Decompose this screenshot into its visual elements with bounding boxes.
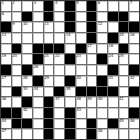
white-cell-r12c12[interactable]: 45 (119, 119, 129, 129)
black-cell-r7c11 (108, 65, 118, 75)
white-cell-r8c3[interactable]: 28 (22, 76, 32, 86)
white-cell-r5c3[interactable] (22, 44, 32, 54)
white-cell-r3c5[interactable]: 11 (44, 22, 54, 32)
white-cell-r10c9[interactable]: 39 (87, 97, 97, 107)
black-cell-r11c1 (1, 108, 11, 118)
clue-number: 39 (87, 97, 92, 101)
white-cell-r6c9[interactable] (87, 54, 97, 64)
white-cell-r3c2[interactable]: 9 (12, 22, 22, 32)
black-cell-r5c5 (44, 44, 54, 54)
clue-number: 26 (34, 65, 39, 69)
clue-number: 46 (130, 119, 135, 123)
clue-number: 5 (76, 1, 78, 5)
black-cell-r3c12 (119, 22, 129, 32)
white-cell-r9c1[interactable] (1, 87, 11, 97)
white-cell-r3c6[interactable] (54, 22, 64, 32)
clue-number: 33 (23, 87, 28, 91)
white-cell-r9c5[interactable] (44, 87, 54, 97)
white-cell-r13c3[interactable] (22, 129, 32, 139)
clue-number: 27 (2, 76, 7, 80)
black-cell-r7c13 (129, 65, 139, 75)
white-cell-r6c8[interactable]: 23 (76, 54, 86, 64)
clue-number: 48 (98, 129, 103, 133)
black-cell-r6c4 (33, 54, 43, 64)
clue-number: 9 (12, 22, 14, 26)
black-cell-r7c3 (22, 65, 32, 75)
black-cell-r1c5 (44, 1, 54, 11)
clue-number: 19 (2, 54, 7, 58)
clue-number: 23 (76, 54, 81, 58)
clue-number: 31 (108, 76, 113, 80)
clue-number: 37 (55, 97, 60, 101)
white-cell-r5c1[interactable] (1, 44, 11, 54)
clue-number: 8 (2, 12, 4, 16)
clue-number: 1 (2, 1, 4, 5)
white-cell-r13c10[interactable]: 48 (97, 129, 107, 139)
white-cell-r9c4[interactable]: 34 (33, 87, 43, 97)
white-cell-r7c2[interactable] (12, 65, 22, 75)
white-cell-r11c6[interactable] (54, 108, 64, 118)
clue-number: 22 (55, 54, 60, 58)
white-cell-r6c13[interactable] (129, 54, 139, 64)
white-cell-r3c3[interactable]: 10 (22, 22, 32, 32)
white-cell-r2c8[interactable] (76, 12, 86, 22)
clue-number: 17 (87, 44, 92, 48)
white-cell-r10c2[interactable] (12, 97, 22, 107)
clue-number: 18 (108, 44, 113, 48)
clue-number: 10 (23, 22, 28, 26)
black-cell-r9c8 (76, 87, 86, 97)
clue-number: 15 (119, 33, 124, 37)
white-cell-r7c7[interactable] (65, 65, 75, 75)
white-cell-r7c5[interactable] (44, 65, 54, 75)
white-cell-r1c4[interactable]: 3 (33, 1, 43, 11)
white-cell-r8c6[interactable] (54, 76, 64, 86)
black-cell-r2c9 (87, 12, 97, 22)
white-cell-r11c3[interactable]: 42 (22, 108, 32, 118)
white-cell-r13c12[interactable] (119, 129, 129, 139)
clue-number: 16 (130, 33, 135, 37)
white-cell-r1c3[interactable] (22, 1, 32, 11)
white-cell-r8c12[interactable] (119, 76, 129, 86)
clue-number: 40 (98, 97, 103, 101)
crossword-page: 1234567891011121314151617181920212223242… (0, 0, 140, 140)
white-cell-r4c13[interactable]: 16 (129, 33, 139, 43)
white-cell-r1c13[interactable]: 7 (129, 1, 139, 11)
white-cell-r13c2[interactable] (12, 129, 22, 139)
white-cell-r1c6[interactable]: 4 (54, 1, 64, 11)
clue-number: 13 (2, 33, 7, 37)
clue-number: 29 (44, 76, 49, 80)
white-cell-r8c1[interactable]: 27 (1, 76, 11, 86)
white-cell-r10c4[interactable] (33, 97, 43, 107)
clue-number: 2 (12, 1, 14, 5)
white-cell-r7c10[interactable] (97, 65, 107, 75)
white-cell-r8c9[interactable] (87, 76, 97, 86)
white-cell-r4c6[interactable] (54, 33, 64, 43)
clue-number: 34 (34, 87, 39, 91)
black-cell-r9c9 (87, 87, 97, 97)
white-cell-r3c4[interactable] (33, 22, 43, 32)
white-cell-r4c7[interactable]: 14 (65, 33, 75, 43)
black-cell-r12c11 (108, 119, 118, 129)
white-cell-r12c6[interactable] (54, 119, 64, 129)
white-cell-r1c10[interactable]: 6 (97, 1, 107, 11)
white-cell-r8c8[interactable]: 30 (76, 76, 86, 86)
white-cell-r4c8[interactable] (76, 33, 86, 43)
clue-number: 42 (23, 108, 28, 112)
clue-number: 14 (66, 33, 71, 37)
black-cell-r2c12 (119, 12, 129, 22)
clue-number: 41 (119, 97, 124, 101)
white-cell-r6c1[interactable]: 19 (1, 54, 11, 64)
white-cell-r9c3[interactable]: 33 (22, 87, 32, 97)
white-cell-r5c9[interactable]: 17 (87, 44, 97, 54)
white-cell-r13c6[interactable] (54, 129, 64, 139)
white-cell-r6c5[interactable]: 21 (44, 54, 54, 64)
white-cell-r9c7[interactable]: 35 (65, 87, 75, 97)
white-cell-r4c2[interactable] (12, 33, 22, 43)
black-cell-r3c13 (129, 22, 139, 32)
white-cell-r11c9[interactable] (87, 108, 97, 118)
black-cell-r6c10 (97, 54, 107, 64)
crossword-grid: 1234567891011121314151617181920212223242… (0, 0, 140, 140)
white-cell-r2c10[interactable] (97, 12, 107, 22)
black-cell-r10c3 (22, 97, 32, 107)
black-cell-r13c5 (44, 129, 54, 139)
white-cell-r10c7[interactable] (65, 97, 75, 107)
white-cell-r2c4[interactable] (33, 12, 43, 22)
black-cell-r11c2 (12, 108, 22, 118)
white-cell-r11c11[interactable] (108, 108, 118, 118)
white-cell-r12c10[interactable] (97, 119, 107, 129)
clue-number: 43 (76, 108, 81, 112)
black-cell-r1c7 (65, 1, 75, 11)
white-cell-r1c2[interactable]: 2 (12, 1, 22, 11)
clue-number: 20 (12, 54, 17, 58)
black-cell-r5c2 (12, 44, 22, 54)
white-cell-r8c13[interactable]: 32 (129, 76, 139, 86)
white-cell-r11c8[interactable]: 43 (76, 108, 86, 118)
white-cell-r6c12[interactable]: 25 (119, 54, 129, 64)
white-cell-r8c2[interactable] (12, 76, 22, 86)
white-cell-r12c13[interactable]: 46 (129, 119, 139, 129)
white-cell-r3c8[interactable] (76, 22, 86, 32)
white-cell-r3c11[interactable] (108, 22, 118, 32)
white-cell-r2c13[interactable] (129, 12, 139, 22)
clue-number: 7 (130, 1, 132, 5)
clue-number: 32 (130, 76, 135, 80)
white-cell-r8c5[interactable]: 29 (44, 76, 54, 86)
white-cell-r10c13[interactable] (129, 97, 139, 107)
black-cell-r12c3 (22, 119, 32, 129)
black-cell-r3c1 (1, 22, 11, 32)
black-cell-r12c9 (87, 119, 97, 129)
clue-number: 35 (66, 87, 71, 91)
black-cell-r9c11 (108, 87, 118, 97)
white-cell-r3c10[interactable]: 12 (97, 22, 107, 32)
white-cell-r5c7[interactable] (65, 44, 75, 54)
black-cell-r13c7 (65, 129, 75, 139)
white-cell-r7c6[interactable] (54, 65, 64, 75)
white-cell-r13c13[interactable] (129, 129, 139, 139)
white-cell-r13c4[interactable] (33, 129, 43, 139)
white-cell-r7c4[interactable]: 26 (33, 65, 43, 75)
clue-number: 30 (76, 76, 81, 80)
white-cell-r4c10[interactable] (97, 33, 107, 43)
black-cell-r5c8 (76, 44, 86, 54)
black-cell-r9c2 (12, 87, 22, 97)
white-cell-r7c8[interactable] (76, 65, 86, 75)
white-cell-r11c12[interactable] (119, 108, 129, 118)
white-cell-r10c6[interactable]: 37 (54, 97, 64, 107)
black-cell-r8c7 (65, 76, 75, 86)
white-cell-r6c11[interactable]: 24 (108, 54, 118, 64)
white-cell-r4c3[interactable] (22, 33, 32, 43)
black-cell-r4c9 (87, 33, 97, 43)
white-cell-r12c1[interactable]: 44 (1, 119, 11, 129)
white-cell-r6c2[interactable]: 20 (12, 54, 22, 64)
white-cell-r2c1[interactable]: 8 (1, 12, 11, 22)
black-cell-r8c10 (97, 76, 107, 86)
black-cell-r2c11 (108, 12, 118, 22)
white-cell-r2c2[interactable] (12, 12, 22, 22)
white-cell-r1c12[interactable] (119, 1, 129, 11)
white-cell-r5c11[interactable]: 18 (108, 44, 118, 54)
black-cell-r2c5 (44, 12, 54, 22)
black-cell-r3c9 (87, 22, 97, 32)
white-cell-r11c4[interactable] (33, 108, 43, 118)
black-cell-r4c11 (108, 33, 118, 43)
clue-number: 28 (23, 76, 28, 80)
black-cell-r6c7 (65, 54, 75, 64)
clue-number: 25 (119, 54, 124, 58)
white-cell-r13c1[interactable]: 47 (1, 129, 11, 139)
white-cell-r8c11[interactable]: 31 (108, 76, 118, 86)
white-cell-r13c11[interactable] (108, 129, 118, 139)
white-cell-r5c13[interactable] (129, 44, 139, 54)
clue-number: 6 (98, 1, 100, 5)
white-cell-r4c4[interactable] (33, 33, 43, 43)
clue-number: 3 (34, 1, 36, 5)
white-cell-r10c10[interactable]: 40 (97, 97, 107, 107)
black-cell-r9c10 (97, 87, 107, 97)
clue-number: 44 (2, 119, 7, 123)
black-cell-r12c7 (65, 119, 75, 129)
clue-number: 24 (108, 54, 113, 58)
black-cell-r2c7 (65, 12, 75, 22)
black-cell-r7c1 (1, 65, 11, 75)
clue-number: 47 (2, 129, 7, 133)
black-cell-r3c7 (65, 22, 75, 32)
white-cell-r13c8[interactable] (76, 129, 86, 139)
black-cell-r11c7 (65, 108, 75, 118)
white-cell-r5c10[interactable] (97, 44, 107, 54)
white-cell-r9c12[interactable] (119, 87, 129, 97)
white-cell-r10c8[interactable]: 38 (76, 97, 86, 107)
white-cell-r4c1[interactable]: 13 (1, 33, 11, 43)
clue-number: 11 (44, 22, 49, 26)
black-cell-r12c5 (44, 119, 54, 129)
black-cell-r1c9 (87, 1, 97, 11)
white-cell-r12c8[interactable] (76, 119, 86, 129)
white-cell-r7c12[interactable] (119, 65, 129, 75)
white-cell-r12c4[interactable] (33, 119, 43, 129)
clue-number: 36 (2, 97, 7, 101)
white-cell-r10c1[interactable]: 36 (1, 97, 11, 107)
black-cell-r2c3 (22, 12, 32, 22)
white-cell-r10c12[interactable]: 41 (119, 97, 129, 107)
black-cell-r8c4 (33, 76, 43, 86)
clue-number: 45 (119, 119, 124, 123)
clue-number: 12 (98, 22, 103, 26)
clue-number: 38 (76, 97, 81, 101)
clue-number: 4 (55, 1, 57, 5)
black-cell-r9c13 (129, 87, 139, 97)
white-cell-r6c6[interactable]: 22 (54, 54, 64, 64)
white-cell-r6c3[interactable] (22, 54, 32, 64)
white-cell-r1c11[interactable] (108, 1, 118, 11)
white-cell-r4c12[interactable]: 15 (119, 33, 129, 43)
black-cell-r5c6 (54, 44, 64, 54)
white-cell-r2c6[interactable] (54, 12, 64, 22)
black-cell-r11c13 (129, 108, 139, 118)
clue-number: 21 (44, 54, 49, 58)
white-cell-r1c1[interactable]: 1 (1, 1, 11, 11)
black-cell-r9c6 (54, 87, 64, 97)
black-cell-r12c2 (12, 119, 22, 129)
black-cell-r5c4 (33, 44, 43, 54)
black-cell-r11c5 (44, 108, 54, 118)
white-cell-r7c9[interactable] (87, 65, 97, 75)
white-cell-r1c8[interactable]: 5 (76, 1, 86, 11)
white-cell-r11c10[interactable] (97, 108, 107, 118)
black-cell-r10c5 (44, 97, 54, 107)
white-cell-r10c11[interactable] (108, 97, 118, 107)
black-cell-r13c9 (87, 129, 97, 139)
black-cell-r5c12 (119, 44, 129, 54)
white-cell-r4c5[interactable] (44, 33, 54, 43)
